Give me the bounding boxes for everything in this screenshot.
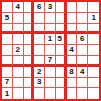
clue-digit: 3 [48, 3, 52, 11]
sudoku-cell-r3c1[interactable] [2, 24, 13, 35]
sudoku-cell-r2c8[interactable] [77, 13, 88, 24]
sudoku-cell-r6c3[interactable] [24, 56, 35, 67]
sudoku-cell-r6c6[interactable] [56, 56, 67, 67]
sudoku-cell-r2c5[interactable] [45, 13, 56, 24]
sudoku-cell-r8c8[interactable] [77, 78, 88, 89]
sudoku-cell-r1c1[interactable] [2, 2, 13, 13]
sudoku-cell-r4c4[interactable] [34, 34, 45, 45]
sudoku-cell-r8c1[interactable]: 7 [2, 78, 13, 89]
sudoku-cell-r7c4[interactable]: 2 [34, 67, 45, 78]
clue-digit: 5 [58, 35, 62, 43]
clue-digit: 7 [48, 56, 52, 64]
sudoku-cell-r9c7[interactable] [67, 88, 78, 99]
sudoku-cell-r8c6[interactable] [56, 78, 67, 89]
sudoku-cell-r2c1[interactable]: 5 [2, 13, 13, 24]
sudoku-cell-r5c1[interactable] [2, 45, 13, 56]
sudoku-cell-r8c4[interactable]: 3 [34, 78, 45, 89]
sudoku-cell-r9c1[interactable]: 1 [2, 88, 13, 99]
sudoku-cell-r4c8[interactable]: 6 [77, 34, 88, 45]
sudoku-cell-r8c5[interactable] [45, 78, 56, 89]
sudoku-cell-r7c2[interactable] [13, 67, 24, 78]
sudoku-cell-r1c8[interactable] [77, 2, 88, 13]
sudoku-cell-r5c7[interactable]: 4 [67, 45, 78, 56]
clue-digit: 8 [69, 68, 73, 76]
sudoku-cell-r4c3[interactable] [24, 34, 35, 45]
clue-digit: 5 [5, 14, 9, 22]
sudoku-cell-r4c5[interactable]: 1 [45, 34, 56, 45]
sudoku-cell-r9c2[interactable] [13, 88, 24, 99]
sudoku-cell-r3c4[interactable] [34, 24, 45, 35]
sudoku-cell-r7c8[interactable]: 4 [77, 67, 88, 78]
sudoku-cell-r6c4[interactable] [34, 56, 45, 67]
sudoku-cell-r3c8[interactable] [77, 24, 88, 35]
sudoku-cell-r6c7[interactable] [67, 56, 78, 67]
clue-digit: 6 [80, 35, 84, 43]
sudoku-cell-r5c8[interactable] [77, 45, 88, 56]
sudoku-cell-r4c6[interactable]: 5 [56, 34, 67, 45]
sudoku-cell-r3c2[interactable] [13, 24, 24, 35]
sudoku-board: 46351156247284731 [0, 0, 101, 101]
sudoku-cell-r7c1[interactable] [2, 67, 13, 78]
sudoku-cell-r4c2[interactable] [13, 34, 24, 45]
sudoku-cell-r1c9[interactable] [88, 2, 99, 13]
sudoku-cell-r3c5[interactable] [45, 24, 56, 35]
clue-digit: 2 [15, 46, 19, 54]
sudoku-cell-r2c6[interactable] [56, 13, 67, 24]
sudoku-cell-r4c1[interactable] [2, 34, 13, 45]
sudoku-cell-r7c9[interactable] [88, 67, 99, 78]
sudoku-cell-r4c7[interactable] [67, 34, 78, 45]
sudoku-cell-r8c3[interactable] [24, 78, 35, 89]
sudoku-cell-r7c5[interactable] [45, 67, 56, 78]
sudoku-cell-r1c5[interactable]: 3 [45, 2, 56, 13]
clue-digit: 4 [69, 46, 73, 54]
sudoku-cell-r5c9[interactable] [88, 45, 99, 56]
sudoku-cell-r2c9[interactable]: 1 [88, 13, 99, 24]
clue-digit: 4 [15, 3, 19, 11]
sudoku-cell-r3c7[interactable] [67, 24, 78, 35]
sudoku-cell-r3c9[interactable] [88, 24, 99, 35]
sudoku-cell-r9c8[interactable] [77, 88, 88, 99]
sudoku-cell-r5c6[interactable] [56, 45, 67, 56]
sudoku-cell-r7c7[interactable]: 8 [67, 67, 78, 78]
sudoku-cell-r5c2[interactable]: 2 [13, 45, 24, 56]
sudoku-cell-r7c6[interactable] [56, 67, 67, 78]
clue-digit: 2 [37, 68, 41, 76]
sudoku-cell-r2c4[interactable] [34, 13, 45, 24]
sudoku-cell-r9c6[interactable] [56, 88, 67, 99]
sudoku-cell-r9c9[interactable] [88, 88, 99, 99]
sudoku-cell-r6c9[interactable] [88, 56, 99, 67]
clue-digit: 7 [5, 78, 9, 86]
sudoku-cell-r7c3[interactable] [24, 67, 35, 78]
sudoku-cell-r6c1[interactable] [2, 56, 13, 67]
sudoku-cell-r1c7[interactable] [67, 2, 78, 13]
sudoku-cell-r1c3[interactable] [24, 2, 35, 13]
sudoku-cell-r3c6[interactable] [56, 24, 67, 35]
sudoku-cell-r8c7[interactable] [67, 78, 78, 89]
sudoku-cell-r1c6[interactable] [56, 2, 67, 13]
sudoku-cell-r6c2[interactable] [13, 56, 24, 67]
sudoku-cell-r1c4[interactable]: 6 [34, 2, 45, 13]
sudoku-cell-r9c4[interactable] [34, 88, 45, 99]
clue-digit: 1 [91, 14, 95, 22]
clue-digit: 1 [48, 35, 52, 43]
clue-digit: 4 [80, 68, 84, 76]
sudoku-cell-r4c9[interactable] [88, 34, 99, 45]
sudoku-cell-r3c3[interactable] [24, 24, 35, 35]
sudoku-cell-r5c3[interactable] [24, 45, 35, 56]
clue-digit: 3 [37, 78, 41, 86]
sudoku-cell-r6c8[interactable] [77, 56, 88, 67]
sudoku-cell-r2c3[interactable] [24, 13, 35, 24]
sudoku-cell-r9c5[interactable] [45, 88, 56, 99]
clue-digit: 6 [37, 3, 41, 11]
sudoku-cell-r6c5[interactable]: 7 [45, 56, 56, 67]
sudoku-cell-r2c2[interactable] [13, 13, 24, 24]
sudoku-cell-r8c9[interactable] [88, 78, 99, 89]
sudoku-cell-r2c7[interactable] [67, 13, 78, 24]
sudoku-cell-r5c4[interactable] [34, 45, 45, 56]
sudoku-cell-r8c2[interactable] [13, 78, 24, 89]
sudoku-cell-r1c2[interactable]: 4 [13, 2, 24, 13]
clue-digit: 1 [5, 90, 9, 98]
sudoku-cell-r9c3[interactable] [24, 88, 35, 99]
